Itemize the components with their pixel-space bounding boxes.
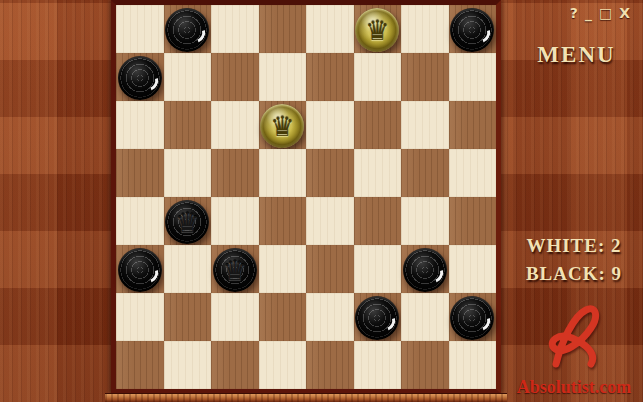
square-26[interactable] [259, 293, 307, 341]
square-light-r7c1 [164, 341, 212, 389]
square-30[interactable] [211, 341, 259, 389]
square-light-r2c2 [211, 101, 259, 149]
white-score-label: WHITE: [526, 235, 605, 256]
square-light-r5c1 [164, 245, 212, 293]
square-32[interactable] [401, 341, 449, 389]
square-light-r5c5 [354, 245, 402, 293]
square-light-r2c6 [401, 101, 449, 149]
square-light-r0c4 [306, 5, 354, 53]
square-light-r4c6 [401, 197, 449, 245]
menu-button[interactable]: MENU [510, 42, 643, 68]
square-light-r6c6 [401, 293, 449, 341]
square-23[interactable] [306, 245, 354, 293]
black-score-label: BLACK: [526, 263, 606, 284]
square-light-r2c4 [306, 101, 354, 149]
black-man[interactable] [450, 8, 494, 52]
black-king[interactable]: ♛ [165, 200, 209, 244]
black-man[interactable] [118, 248, 162, 292]
square-3[interactable]: ♛ [354, 5, 402, 53]
square-22[interactable]: ♛ [211, 245, 259, 293]
square-18[interactable] [259, 197, 307, 245]
black-score: BLACK: 9 [505, 260, 643, 288]
square-light-r7c7 [449, 341, 497, 389]
black-man[interactable] [403, 248, 447, 292]
black-score-value: 9 [612, 263, 623, 284]
close-button[interactable]: X [619, 5, 630, 21]
square-20[interactable] [449, 197, 497, 245]
king-crown-icon: ♛ [213, 248, 257, 292]
game-window: ♛♛♛♛ ? _ □ X MENU WHITE: 2 BLACK: 9 Abso… [0, 0, 643, 402]
square-light-r3c3 [259, 149, 307, 197]
king-crown-icon: ♛ [165, 200, 209, 244]
white-king[interactable]: ♛ [355, 8, 399, 52]
square-12[interactable] [449, 101, 497, 149]
square-10[interactable]: ♛ [259, 101, 307, 149]
square-28[interactable] [449, 293, 497, 341]
board-bottom-bevel [105, 394, 507, 402]
square-light-r5c3 [259, 245, 307, 293]
square-9[interactable] [164, 101, 212, 149]
square-24[interactable] [401, 245, 449, 293]
square-6[interactable] [211, 53, 259, 101]
square-7[interactable] [306, 53, 354, 101]
absolutist-link[interactable]: Absolutist.com [505, 377, 643, 398]
square-15[interactable] [306, 149, 354, 197]
square-2[interactable] [259, 5, 307, 53]
square-25[interactable] [164, 293, 212, 341]
black-man[interactable] [450, 296, 494, 340]
square-light-r4c2 [211, 197, 259, 245]
checkers-board: ♛♛♛♛ [116, 5, 496, 389]
square-21[interactable] [116, 245, 164, 293]
absolutist-logo-icon[interactable] [538, 300, 620, 374]
square-light-r2c0 [116, 101, 164, 149]
square-light-r1c1 [164, 53, 212, 101]
square-4[interactable] [449, 5, 497, 53]
square-light-r7c3 [259, 341, 307, 389]
white-score-value: 2 [611, 235, 622, 256]
square-27[interactable] [354, 293, 402, 341]
square-31[interactable] [306, 341, 354, 389]
square-light-r3c7 [449, 149, 497, 197]
black-man[interactable] [118, 56, 162, 100]
square-light-r7c5 [354, 341, 402, 389]
window-controls: ? _ □ X [570, 5, 630, 21]
square-11[interactable] [354, 101, 402, 149]
board-frame: ♛♛♛♛ [111, 0, 501, 394]
minimize-button[interactable]: _ [585, 5, 592, 21]
square-14[interactable] [211, 149, 259, 197]
square-light-r4c0 [116, 197, 164, 245]
square-light-r6c2 [211, 293, 259, 341]
king-crown-icon: ♛ [355, 8, 399, 52]
square-light-r0c0 [116, 5, 164, 53]
square-29[interactable] [116, 341, 164, 389]
square-light-r4c4 [306, 197, 354, 245]
square-19[interactable] [354, 197, 402, 245]
score-panel: WHITE: 2 BLACK: 9 [505, 232, 643, 288]
square-5[interactable] [116, 53, 164, 101]
black-man[interactable] [165, 8, 209, 52]
square-16[interactable] [401, 149, 449, 197]
square-17[interactable]: ♛ [164, 197, 212, 245]
white-score: WHITE: 2 [505, 232, 643, 260]
square-light-r3c1 [164, 149, 212, 197]
black-king[interactable]: ♛ [213, 248, 257, 292]
square-light-r0c6 [401, 5, 449, 53]
white-king[interactable]: ♛ [260, 104, 304, 148]
maximize-button[interactable]: □ [599, 5, 612, 21]
square-light-r1c5 [354, 53, 402, 101]
black-man[interactable] [355, 296, 399, 340]
square-1[interactable] [164, 5, 212, 53]
square-light-r6c4 [306, 293, 354, 341]
square-light-r6c0 [116, 293, 164, 341]
square-light-r1c3 [259, 53, 307, 101]
square-light-r5c7 [449, 245, 497, 293]
king-crown-icon: ♛ [260, 104, 304, 148]
help-button[interactable]: ? [570, 5, 578, 21]
square-light-r0c2 [211, 5, 259, 53]
square-light-r3c5 [354, 149, 402, 197]
square-8[interactable] [401, 53, 449, 101]
square-light-r1c7 [449, 53, 497, 101]
square-13[interactable] [116, 149, 164, 197]
